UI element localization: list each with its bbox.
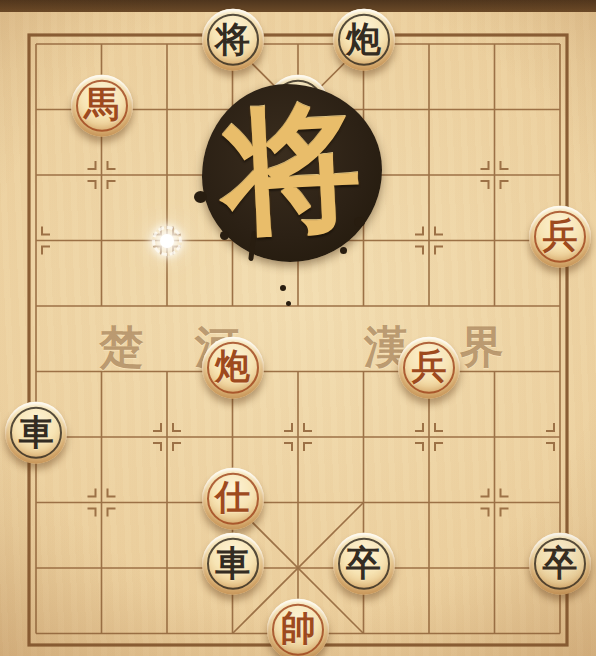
piece-character: 車: [215, 531, 250, 593]
piece-red-general[interactable]: 帥: [267, 598, 329, 656]
piece-character: 仕: [215, 466, 250, 528]
piece-character: 兵: [543, 204, 578, 266]
piece-character: 炮: [215, 335, 250, 397]
piece-black-soldier[interactable]: 卒: [333, 533, 395, 595]
piece-character: 卒: [543, 531, 578, 593]
piece-black-advisor[interactable]: 士: [267, 74, 329, 136]
piece-character: 士: [281, 73, 316, 135]
piece-black-soldier[interactable]: 卒: [529, 533, 591, 595]
piece-character: 帥: [281, 597, 316, 656]
piece-character: 卒: [346, 531, 381, 593]
piece-red-horse[interactable]: 馬: [71, 74, 133, 136]
piece-character: 炮: [346, 7, 381, 69]
piece-character: 馬: [84, 73, 119, 135]
piece-character: 兵: [412, 335, 447, 397]
piece-red-soldier[interactable]: 兵: [529, 205, 591, 267]
piece-red-cannon[interactable]: 炮: [202, 336, 264, 398]
piece-character: 車: [19, 400, 54, 462]
piece-black-chariot[interactable]: 車: [5, 402, 67, 464]
piece-red-soldier[interactable]: 兵: [398, 336, 460, 398]
piece-black-general[interactable]: 将: [202, 9, 264, 71]
piece-black-chariot[interactable]: 車: [202, 533, 264, 595]
piece-black-cannon[interactable]: 炮: [333, 9, 395, 71]
piece-character: 将: [215, 7, 250, 69]
piece-red-advisor[interactable]: 仕: [202, 467, 264, 529]
